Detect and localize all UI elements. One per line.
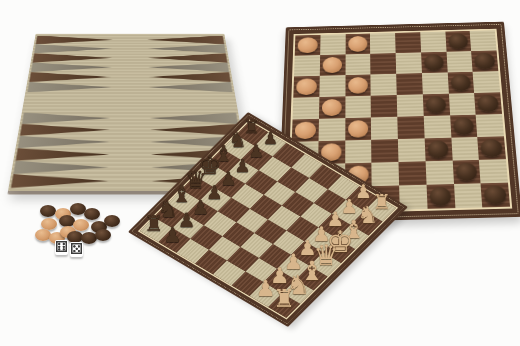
checkers-square[interactable] [474, 92, 502, 114]
game-set-scene: ♜♞♝♛♚♝♞♜♟♟♟♟♟♟♟♟♟♟♟♟♟♟♟♟♜♞♝♛♚♝♞♜ ⚅⚄ [0, 0, 520, 346]
backgammon-point[interactable] [27, 82, 111, 92]
checkers-square[interactable] [423, 94, 450, 116]
checkers-square[interactable] [371, 74, 397, 96]
checkers-square[interactable] [318, 118, 345, 141]
checkers-square[interactable] [395, 32, 421, 53]
checker-piece-light[interactable] [298, 38, 318, 53]
checkers-square[interactable] [479, 159, 508, 183]
checker-piece-light[interactable] [296, 79, 316, 95]
checkers-square[interactable] [452, 160, 481, 184]
backgammon-point[interactable] [13, 161, 109, 174]
backgammon-point[interactable] [22, 113, 111, 124]
checkers-square[interactable] [454, 183, 483, 208]
checker-piece-dark[interactable] [455, 163, 477, 181]
checker-piece-light[interactable] [348, 77, 368, 93]
checkers-square[interactable] [294, 55, 320, 76]
checkers-square[interactable] [398, 161, 426, 185]
checkers-square[interactable] [320, 54, 346, 75]
checkers-square[interactable] [397, 94, 424, 116]
checkers-square[interactable] [450, 115, 478, 138]
checkers-square[interactable] [420, 32, 446, 53]
checkers-square[interactable] [424, 138, 452, 162]
backgammon-point[interactable] [147, 44, 225, 53]
checkers-square[interactable] [470, 30, 497, 51]
checkers-square[interactable] [345, 34, 370, 55]
checker-piece-dark[interactable] [424, 55, 445, 71]
backgammon-quadrant-top-right [147, 36, 233, 93]
backgammon-point[interactable] [147, 36, 224, 45]
backgammon-point[interactable] [31, 63, 112, 73]
checkers-square[interactable] [370, 53, 396, 74]
loose-checker-dark[interactable] [40, 205, 56, 217]
checkers-square[interactable] [448, 93, 475, 115]
checkers-square[interactable] [446, 51, 473, 72]
checker-piece-dark[interactable] [453, 118, 475, 135]
checker-piece-dark[interactable] [477, 95, 499, 112]
checker-piece-light[interactable] [348, 120, 369, 137]
checker-piece-light[interactable] [348, 36, 368, 51]
checkers-square[interactable] [426, 184, 455, 209]
checkers-square[interactable] [293, 97, 320, 119]
backgammon-point[interactable] [149, 82, 233, 92]
checkers-square[interactable] [477, 136, 506, 160]
chess-piece-black-pawn[interactable]: ♟ [249, 143, 265, 160]
backgammon-quadrant-top-left [27, 36, 113, 93]
checkers-square[interactable] [445, 31, 471, 52]
backgammon-point[interactable] [149, 113, 238, 124]
checkers-square[interactable] [423, 115, 450, 138]
checkers-square[interactable] [372, 162, 399, 186]
die[interactable]: ⚄ [70, 242, 83, 257]
checkers-square[interactable] [319, 96, 345, 118]
checker-piece-dark[interactable] [427, 141, 449, 158]
checkers-square[interactable] [481, 183, 510, 208]
chess-piece-black-pawn[interactable]: ♟ [234, 157, 250, 175]
die[interactable]: ⚅ [55, 240, 68, 255]
checkers-square[interactable] [421, 52, 447, 73]
checkers-square[interactable] [319, 75, 345, 97]
checkers-square[interactable] [447, 72, 474, 94]
checkers-square[interactable] [422, 72, 449, 94]
checkers-square[interactable] [370, 33, 395, 54]
checker-piece-light[interactable] [322, 99, 342, 116]
checker-piece-dark[interactable] [448, 34, 469, 49]
checkers-square[interactable] [396, 73, 422, 95]
backgammon-point[interactable] [34, 44, 112, 53]
checkers-square[interactable] [371, 95, 397, 117]
checkers-square[interactable] [293, 76, 319, 98]
checkers-square[interactable] [371, 139, 398, 163]
checkers-square[interactable] [471, 50, 498, 71]
backgammon-point[interactable] [148, 72, 231, 82]
checkers-square[interactable] [398, 138, 425, 162]
checkers-square[interactable] [425, 161, 453, 185]
checker-piece-dark[interactable] [481, 139, 503, 156]
loose-checker-dark[interactable] [104, 215, 120, 227]
chess-piece-white-rook[interactable]: ♜ [273, 287, 295, 312]
checker-piece-light[interactable] [295, 122, 316, 139]
checkers-square[interactable] [292, 119, 319, 142]
checkers-square[interactable] [473, 71, 500, 93]
chess-piece-black-pawn[interactable]: ♟ [263, 130, 278, 147]
chess-piece-black-rook[interactable]: ♜ [144, 212, 164, 234]
backgammon-point[interactable] [11, 174, 109, 188]
checkers-square[interactable] [345, 140, 372, 164]
backgammon-point[interactable] [36, 36, 113, 45]
backgammon-point[interactable] [148, 53, 228, 62]
checker-piece-dark[interactable] [450, 75, 471, 91]
loose-checker-dark[interactable] [95, 229, 111, 241]
checker-piece-light[interactable] [322, 57, 342, 73]
backgammon-point[interactable] [18, 136, 110, 148]
checker-piece-dark[interactable] [474, 53, 495, 69]
checkers-square[interactable] [396, 52, 422, 73]
backgammon-point[interactable] [20, 124, 110, 136]
checkers-square[interactable] [476, 114, 504, 137]
backgammon-point[interactable] [29, 72, 112, 82]
checkers-square[interactable] [451, 137, 479, 161]
checkers-square[interactable] [345, 74, 371, 96]
backgammon-point[interactable] [16, 148, 110, 161]
checker-piece-dark[interactable] [426, 97, 447, 114]
checkers-square[interactable] [345, 54, 371, 75]
checker-piece-dark[interactable] [484, 186, 507, 204]
backgammon-point[interactable] [33, 53, 113, 62]
checkers-square[interactable] [295, 35, 321, 56]
checkers-square[interactable] [345, 117, 372, 140]
backgammon-quadrant-bottom-left [11, 113, 111, 188]
checkers-square[interactable] [397, 116, 424, 139]
checkers-square[interactable] [371, 117, 398, 140]
chess-piece-black-pawn[interactable]: ♟ [164, 225, 182, 245]
checkers-square[interactable] [345, 96, 371, 118]
checkers-square[interactable] [320, 34, 345, 55]
loose-checker-dark[interactable] [84, 208, 100, 220]
checker-piece-dark[interactable] [429, 187, 451, 205]
backgammon-point[interactable] [148, 63, 229, 73]
